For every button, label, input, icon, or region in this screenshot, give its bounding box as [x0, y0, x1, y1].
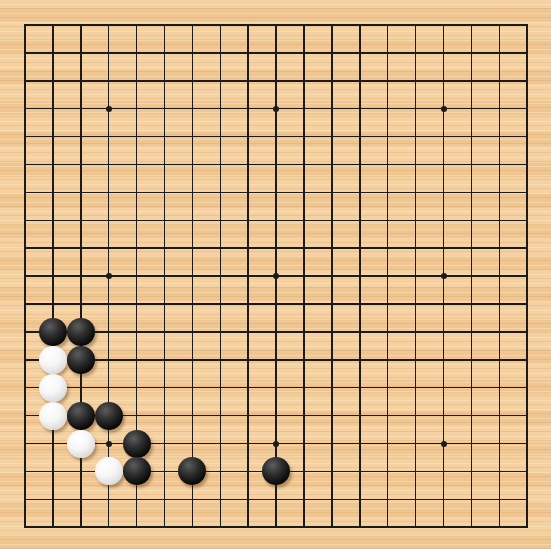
star-point: [106, 441, 112, 447]
star-point: [273, 441, 279, 447]
grid-line-horizontal: [24, 359, 529, 361]
stone-black-D5[interactable]: [95, 402, 123, 430]
grid-line-vertical: [526, 24, 528, 529]
stone-white-B7[interactable]: [39, 346, 67, 374]
stone-black-K3[interactable]: [262, 457, 290, 485]
grid-line-horizontal: [24, 526, 529, 528]
stone-black-B8[interactable]: [39, 318, 67, 346]
grid-line-horizontal: [24, 387, 529, 389]
star-point: [441, 106, 447, 112]
stone-black-C8[interactable]: [67, 318, 95, 346]
grid-line-vertical: [331, 24, 333, 529]
grid-line-horizontal: [24, 331, 529, 333]
grid-line-vertical: [415, 24, 417, 529]
grid-line-vertical: [359, 24, 361, 529]
stone-black-G3[interactable]: [178, 457, 206, 485]
go-board[interactable]: [0, 0, 551, 549]
stone-black-C5[interactable]: [67, 402, 95, 430]
stone-white-B5[interactable]: [39, 402, 67, 430]
goban-wood-surface: [0, 0, 551, 549]
stone-white-B6[interactable]: [39, 374, 67, 402]
stone-black-C7[interactable]: [67, 346, 95, 374]
star-point: [273, 273, 279, 279]
grid-line-vertical: [499, 24, 501, 529]
star-point: [273, 106, 279, 112]
grid-line-vertical: [387, 24, 389, 529]
stone-black-E3[interactable]: [123, 457, 151, 485]
star-point: [441, 273, 447, 279]
grid-line-horizontal: [24, 303, 529, 305]
star-point: [106, 273, 112, 279]
stone-white-C4[interactable]: [67, 430, 95, 458]
grid-line-vertical: [471, 24, 473, 529]
stone-white-D3[interactable]: [95, 457, 123, 485]
star-point: [106, 106, 112, 112]
star-point: [441, 441, 447, 447]
grid-line-horizontal: [24, 499, 529, 501]
grid-line-vertical: [303, 24, 305, 529]
stone-black-E4[interactable]: [123, 430, 151, 458]
